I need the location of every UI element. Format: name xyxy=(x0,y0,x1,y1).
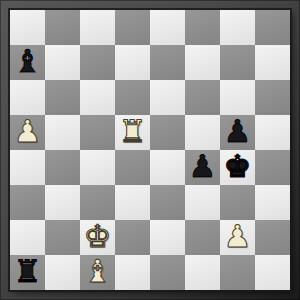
square-c6[interactable] xyxy=(80,80,115,115)
piece-black-bishop[interactable]: ♝ xyxy=(14,46,42,77)
square-f3[interactable] xyxy=(185,185,220,220)
square-e1[interactable] xyxy=(150,255,185,290)
square-h8[interactable] xyxy=(255,10,290,45)
square-f7[interactable] xyxy=(185,45,220,80)
square-h3[interactable] xyxy=(255,185,290,220)
square-a1[interactable]: ♜ xyxy=(10,255,45,290)
chess-board: ♝♟♜♟♟♚♚♟♜♝ xyxy=(10,10,290,290)
square-d2[interactable] xyxy=(115,220,150,255)
square-b5[interactable] xyxy=(45,115,80,150)
square-f8[interactable] xyxy=(185,10,220,45)
square-d1[interactable] xyxy=(115,255,150,290)
square-f1[interactable] xyxy=(185,255,220,290)
square-d4[interactable] xyxy=(115,150,150,185)
square-g3[interactable] xyxy=(220,185,255,220)
piece-black-pawn[interactable]: ♟ xyxy=(189,151,217,182)
square-a3[interactable] xyxy=(10,185,45,220)
square-b7[interactable] xyxy=(45,45,80,80)
piece-black-king[interactable]: ♚ xyxy=(224,151,252,182)
square-g6[interactable] xyxy=(220,80,255,115)
square-e2[interactable] xyxy=(150,220,185,255)
square-b2[interactable] xyxy=(45,220,80,255)
square-c8[interactable] xyxy=(80,10,115,45)
piece-white-bishop[interactable]: ♝ xyxy=(84,256,112,287)
square-b1[interactable] xyxy=(45,255,80,290)
square-h4[interactable] xyxy=(255,150,290,185)
square-a5[interactable]: ♟ xyxy=(10,115,45,150)
square-d7[interactable] xyxy=(115,45,150,80)
square-b8[interactable] xyxy=(45,10,80,45)
piece-black-rook[interactable]: ♜ xyxy=(14,256,42,287)
square-g2[interactable]: ♟ xyxy=(220,220,255,255)
piece-white-king[interactable]: ♚ xyxy=(84,221,112,252)
square-f2[interactable] xyxy=(185,220,220,255)
square-a4[interactable] xyxy=(10,150,45,185)
piece-white-pawn[interactable]: ♟ xyxy=(224,221,252,252)
square-h1[interactable] xyxy=(255,255,290,290)
square-a8[interactable] xyxy=(10,10,45,45)
square-c1[interactable]: ♝ xyxy=(80,255,115,290)
square-c7[interactable] xyxy=(80,45,115,80)
square-f5[interactable] xyxy=(185,115,220,150)
square-a2[interactable] xyxy=(10,220,45,255)
square-f6[interactable] xyxy=(185,80,220,115)
square-d3[interactable] xyxy=(115,185,150,220)
square-a6[interactable] xyxy=(10,80,45,115)
square-h5[interactable] xyxy=(255,115,290,150)
square-d6[interactable] xyxy=(115,80,150,115)
square-g8[interactable] xyxy=(220,10,255,45)
square-a7[interactable]: ♝ xyxy=(10,45,45,80)
square-g1[interactable] xyxy=(220,255,255,290)
square-h2[interactable] xyxy=(255,220,290,255)
square-c4[interactable] xyxy=(80,150,115,185)
square-g7[interactable] xyxy=(220,45,255,80)
square-e5[interactable] xyxy=(150,115,185,150)
square-d5[interactable]: ♜ xyxy=(115,115,150,150)
square-b6[interactable] xyxy=(45,80,80,115)
square-h7[interactable] xyxy=(255,45,290,80)
square-g4[interactable]: ♚ xyxy=(220,150,255,185)
square-f4[interactable]: ♟ xyxy=(185,150,220,185)
square-h6[interactable] xyxy=(255,80,290,115)
square-e4[interactable] xyxy=(150,150,185,185)
square-e6[interactable] xyxy=(150,80,185,115)
square-c5[interactable] xyxy=(80,115,115,150)
board-frame: ♝♟♜♟♟♚♚♟♜♝ xyxy=(0,0,300,300)
piece-white-pawn[interactable]: ♟ xyxy=(14,116,42,147)
square-e8[interactable] xyxy=(150,10,185,45)
square-b3[interactable] xyxy=(45,185,80,220)
square-g5[interactable]: ♟ xyxy=(220,115,255,150)
square-e7[interactable] xyxy=(150,45,185,80)
square-c3[interactable] xyxy=(80,185,115,220)
square-e3[interactable] xyxy=(150,185,185,220)
piece-white-rook[interactable]: ♜ xyxy=(119,116,147,147)
square-c2[interactable]: ♚ xyxy=(80,220,115,255)
piece-black-pawn[interactable]: ♟ xyxy=(224,116,252,147)
square-b4[interactable] xyxy=(45,150,80,185)
square-d8[interactable] xyxy=(115,10,150,45)
